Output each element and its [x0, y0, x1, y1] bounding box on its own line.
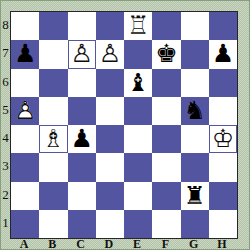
- square-h8[interactable]: [209, 12, 237, 40]
- square-f2[interactable]: [152, 182, 180, 210]
- square-b1[interactable]: [39, 210, 67, 238]
- black-pawn-c4[interactable]: ♟: [68, 125, 96, 153]
- square-c8[interactable]: [68, 12, 96, 40]
- square-e6[interactable]: ♝: [124, 69, 152, 97]
- white-bishop-b4[interactable]: ♝♗: [39, 125, 67, 153]
- square-d5[interactable]: [96, 97, 124, 125]
- square-d7[interactable]: ♟♙: [96, 40, 124, 68]
- square-b2[interactable]: [39, 182, 67, 210]
- square-f5[interactable]: [152, 97, 180, 125]
- rank-labels: 87654321: [1, 11, 10, 237]
- square-c5[interactable]: [68, 97, 96, 125]
- file-label-C: C: [67, 238, 95, 250]
- square-f4[interactable]: [152, 125, 180, 153]
- square-c3[interactable]: [68, 153, 96, 181]
- file-label-D: D: [95, 238, 123, 250]
- square-f7[interactable]: ♚: [152, 40, 180, 68]
- square-d4[interactable]: [96, 125, 124, 153]
- square-a1[interactable]: [11, 210, 39, 238]
- white-king-h4[interactable]: ♚♔: [209, 125, 237, 153]
- file-label-H: H: [208, 238, 236, 250]
- square-e7[interactable]: [124, 40, 152, 68]
- black-knight-g5[interactable]: ♞: [181, 97, 209, 125]
- square-g2[interactable]: ♜: [181, 182, 209, 210]
- square-g6[interactable]: [181, 69, 209, 97]
- square-d8[interactable]: [96, 12, 124, 40]
- square-h2[interactable]: [209, 182, 237, 210]
- square-h5[interactable]: [209, 97, 237, 125]
- rank-label-8: 8: [1, 11, 10, 39]
- square-a7[interactable]: ♟: [11, 40, 39, 68]
- square-h4[interactable]: ♚♔: [209, 125, 237, 153]
- square-a2[interactable]: [11, 182, 39, 210]
- black-rook-g2[interactable]: ♜: [181, 182, 209, 210]
- square-e3[interactable]: [124, 153, 152, 181]
- white-pawn-a5[interactable]: ♟♙: [11, 97, 39, 125]
- square-e5[interactable]: [124, 97, 152, 125]
- file-label-G: G: [180, 238, 208, 250]
- rank-label-2: 2: [1, 181, 10, 209]
- chess-board: ♜♖♟♟♙♟♙♚♟♝♟♙♞♝♗♟♚♔♜: [10, 11, 238, 239]
- square-c7[interactable]: ♟♙: [68, 40, 96, 68]
- rank-label-1: 1: [1, 209, 10, 237]
- square-b5[interactable]: [39, 97, 67, 125]
- square-a3[interactable]: [11, 153, 39, 181]
- white-rook-e8[interactable]: ♜♖: [124, 12, 152, 40]
- square-h6[interactable]: [209, 69, 237, 97]
- square-h3[interactable]: [209, 153, 237, 181]
- rank-label-4: 4: [1, 124, 10, 152]
- rank-label-6: 6: [1, 68, 10, 96]
- square-e4[interactable]: [124, 125, 152, 153]
- square-h1[interactable]: [209, 210, 237, 238]
- square-e2[interactable]: [124, 182, 152, 210]
- square-c2[interactable]: [68, 182, 96, 210]
- white-pawn-c7[interactable]: ♟♙: [68, 40, 96, 68]
- square-c6[interactable]: [68, 69, 96, 97]
- square-g1[interactable]: [181, 210, 209, 238]
- file-labels: ABCDEFGH: [10, 238, 238, 250]
- file-label-A: A: [10, 238, 38, 250]
- square-g7[interactable]: [181, 40, 209, 68]
- square-h7[interactable]: ♟: [209, 40, 237, 68]
- square-a4[interactable]: [11, 125, 39, 153]
- square-g8[interactable]: [181, 12, 209, 40]
- chess-app-window: 87654321 ♜♖♟♟♙♟♙♚♟♝♟♙♞♝♗♟♚♔♜ ABCDEFGH: [0, 0, 250, 250]
- square-g5[interactable]: ♞: [181, 97, 209, 125]
- square-c4[interactable]: ♟: [68, 125, 96, 153]
- file-label-F: F: [151, 238, 179, 250]
- square-b4[interactable]: ♝♗: [39, 125, 67, 153]
- rank-label-5: 5: [1, 96, 10, 124]
- square-f3[interactable]: [152, 153, 180, 181]
- square-g4[interactable]: [181, 125, 209, 153]
- square-d2[interactable]: [96, 182, 124, 210]
- file-label-E: E: [123, 238, 151, 250]
- square-b8[interactable]: [39, 12, 67, 40]
- square-a8[interactable]: [11, 12, 39, 40]
- black-pawn-h7[interactable]: ♟: [209, 40, 237, 68]
- square-e1[interactable]: [124, 210, 152, 238]
- rank-label-7: 7: [1, 39, 10, 67]
- square-a6[interactable]: [11, 69, 39, 97]
- square-b6[interactable]: [39, 69, 67, 97]
- white-pawn-d7[interactable]: ♟♙: [96, 40, 124, 68]
- file-label-B: B: [38, 238, 66, 250]
- rank-label-3: 3: [1, 152, 10, 180]
- square-b7[interactable]: [39, 40, 67, 68]
- square-d6[interactable]: [96, 69, 124, 97]
- square-d3[interactable]: [96, 153, 124, 181]
- square-d1[interactable]: [96, 210, 124, 238]
- square-c1[interactable]: [68, 210, 96, 238]
- square-a5[interactable]: ♟♙: [11, 97, 39, 125]
- square-f6[interactable]: [152, 69, 180, 97]
- square-f1[interactable]: [152, 210, 180, 238]
- square-b3[interactable]: [39, 153, 67, 181]
- black-bishop-e6[interactable]: ♝: [124, 69, 152, 97]
- square-f8[interactable]: [152, 12, 180, 40]
- square-g3[interactable]: [181, 153, 209, 181]
- square-e8[interactable]: ♜♖: [124, 12, 152, 40]
- black-king-f7[interactable]: ♚: [152, 40, 180, 68]
- black-pawn-a7[interactable]: ♟: [11, 40, 39, 68]
